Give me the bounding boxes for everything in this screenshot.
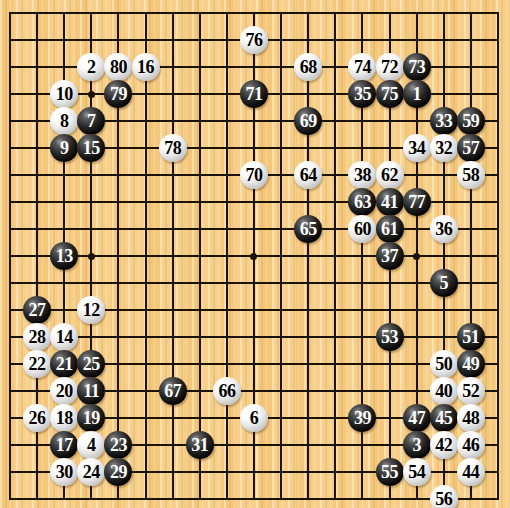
board-cell[interactable] xyxy=(51,486,78,508)
board-cell[interactable] xyxy=(105,216,132,243)
board-cell[interactable] xyxy=(322,27,349,54)
board-cell[interactable] xyxy=(295,432,322,459)
board-cell[interactable]: 3 xyxy=(403,432,430,459)
board-cell[interactable]: 44 xyxy=(457,459,484,486)
board-cell[interactable] xyxy=(132,243,159,270)
board-cell[interactable] xyxy=(78,0,105,27)
board-cell[interactable] xyxy=(295,378,322,405)
board-cell[interactable] xyxy=(484,27,510,54)
board-cell[interactable] xyxy=(51,189,78,216)
board-cell[interactable] xyxy=(268,324,295,351)
board-cell[interactable] xyxy=(430,189,457,216)
board-cell[interactable] xyxy=(349,297,376,324)
board-cell[interactable] xyxy=(0,324,24,351)
board-cell[interactable] xyxy=(132,270,159,297)
board-cell[interactable] xyxy=(349,486,376,508)
board-cell[interactable] xyxy=(105,270,132,297)
board-cell[interactable]: 23 xyxy=(105,432,132,459)
board-cell[interactable] xyxy=(186,135,213,162)
board-cell[interactable] xyxy=(322,135,349,162)
board-cell[interactable]: 36 xyxy=(430,216,457,243)
board-cell[interactable] xyxy=(268,297,295,324)
board-cell[interactable] xyxy=(159,108,186,135)
board-cell[interactable] xyxy=(322,324,349,351)
board-cell[interactable] xyxy=(105,162,132,189)
board-cell[interactable]: 30 xyxy=(51,459,78,486)
board-cell[interactable] xyxy=(322,297,349,324)
board-cell[interactable]: 22 xyxy=(24,351,51,378)
board-cell[interactable]: 39 xyxy=(349,405,376,432)
board-cell[interactable]: 60 xyxy=(349,216,376,243)
board-cell[interactable] xyxy=(403,162,430,189)
board-cell[interactable] xyxy=(268,108,295,135)
board-cell[interactable]: 10 xyxy=(51,81,78,108)
board-cell[interactable] xyxy=(240,108,267,135)
board-cell[interactable]: 7 xyxy=(78,108,105,135)
board-cell[interactable] xyxy=(430,324,457,351)
board-cell[interactable]: 35 xyxy=(349,81,376,108)
board-cell[interactable] xyxy=(484,324,510,351)
board-cell[interactable] xyxy=(24,189,51,216)
board-cell[interactable] xyxy=(159,324,186,351)
board-cell[interactable] xyxy=(0,243,24,270)
board-cell[interactable] xyxy=(457,216,484,243)
board-cell[interactable]: 24 xyxy=(78,459,105,486)
board-cell[interactable] xyxy=(268,486,295,508)
board-cell[interactable] xyxy=(159,297,186,324)
board-cell[interactable]: 41 xyxy=(376,189,403,216)
board-cell[interactable] xyxy=(240,297,267,324)
board-cell[interactable]: 47 xyxy=(403,405,430,432)
board-cell[interactable]: 14 xyxy=(51,324,78,351)
board-cell[interactable] xyxy=(78,189,105,216)
board-cell[interactable] xyxy=(484,81,510,108)
board-cell[interactable] xyxy=(295,297,322,324)
board-cell[interactable] xyxy=(295,27,322,54)
board-cell[interactable]: 54 xyxy=(403,459,430,486)
board-cell[interactable] xyxy=(132,27,159,54)
board-cell[interactable]: 40 xyxy=(430,378,457,405)
board-cell[interactable] xyxy=(240,351,267,378)
board-cell[interactable] xyxy=(213,351,240,378)
board-cell[interactable]: 79 xyxy=(105,81,132,108)
board-cell[interactable] xyxy=(186,108,213,135)
board-cell[interactable] xyxy=(51,162,78,189)
board-cell[interactable] xyxy=(186,0,213,27)
board-cell[interactable] xyxy=(186,297,213,324)
board-cell[interactable] xyxy=(24,459,51,486)
board-cell[interactable]: 8 xyxy=(51,108,78,135)
board-cell[interactable] xyxy=(105,405,132,432)
board-cell[interactable] xyxy=(0,108,24,135)
board-cell[interactable]: 4 xyxy=(78,432,105,459)
board-cell[interactable] xyxy=(430,297,457,324)
board-cell[interactable] xyxy=(24,0,51,27)
board-cell[interactable] xyxy=(51,0,78,27)
board-cell[interactable]: 64 xyxy=(295,162,322,189)
board-cell[interactable] xyxy=(213,0,240,27)
board-cell[interactable]: 19 xyxy=(78,405,105,432)
board-cell[interactable]: 16 xyxy=(132,54,159,81)
board-cell[interactable] xyxy=(376,297,403,324)
board-cell[interactable]: 52 xyxy=(457,378,484,405)
board-cell[interactable] xyxy=(132,378,159,405)
board-cell[interactable]: 1 xyxy=(403,81,430,108)
board-cell[interactable] xyxy=(484,135,510,162)
board-cell[interactable] xyxy=(403,243,430,270)
board-cell[interactable] xyxy=(105,351,132,378)
board-cell[interactable] xyxy=(240,486,267,508)
board-cell[interactable] xyxy=(484,243,510,270)
board-cell[interactable] xyxy=(213,405,240,432)
board-cell[interactable] xyxy=(295,189,322,216)
board-cell[interactable] xyxy=(295,486,322,508)
board-cell[interactable] xyxy=(322,81,349,108)
board-cell[interactable] xyxy=(295,0,322,27)
board-cell[interactable] xyxy=(78,216,105,243)
board-cell[interactable] xyxy=(484,189,510,216)
board-cell[interactable] xyxy=(376,378,403,405)
board-cell[interactable]: 28 xyxy=(24,324,51,351)
board-cell[interactable] xyxy=(51,27,78,54)
board-cell[interactable]: 9 xyxy=(51,135,78,162)
board-cell[interactable] xyxy=(322,351,349,378)
board-cell[interactable] xyxy=(403,378,430,405)
board-cell[interactable] xyxy=(457,189,484,216)
board-cell[interactable] xyxy=(240,54,267,81)
board-cell[interactable] xyxy=(322,54,349,81)
board-cell[interactable] xyxy=(484,270,510,297)
board-cell[interactable] xyxy=(484,162,510,189)
board-cell[interactable] xyxy=(159,0,186,27)
board-cell[interactable] xyxy=(213,81,240,108)
board-cell[interactable] xyxy=(78,243,105,270)
board-cell[interactable]: 38 xyxy=(349,162,376,189)
board-cell[interactable]: 57 xyxy=(457,135,484,162)
board-cell[interactable] xyxy=(349,378,376,405)
board-cell[interactable] xyxy=(430,162,457,189)
board-cell[interactable] xyxy=(213,324,240,351)
board-cell[interactable] xyxy=(376,0,403,27)
board-cell[interactable]: 80 xyxy=(105,54,132,81)
board-cell[interactable]: 74 xyxy=(349,54,376,81)
board-cell[interactable] xyxy=(240,0,267,27)
board-cell[interactable]: 12 xyxy=(78,297,105,324)
board-cell[interactable] xyxy=(403,27,430,54)
board-cell[interactable] xyxy=(0,378,24,405)
board-cell[interactable] xyxy=(403,270,430,297)
board-cell[interactable] xyxy=(159,243,186,270)
board-cell[interactable]: 78 xyxy=(159,135,186,162)
board-cell[interactable] xyxy=(484,54,510,81)
board-cell[interactable]: 75 xyxy=(376,81,403,108)
board-cell[interactable] xyxy=(322,189,349,216)
board-cell[interactable] xyxy=(484,297,510,324)
board-cell[interactable] xyxy=(349,270,376,297)
board-cell[interactable] xyxy=(0,351,24,378)
board-cell[interactable] xyxy=(213,54,240,81)
board-cell[interactable]: 21 xyxy=(51,351,78,378)
board-cell[interactable] xyxy=(213,216,240,243)
board-cell[interactable] xyxy=(24,135,51,162)
board-cell[interactable] xyxy=(268,81,295,108)
board-cell[interactable] xyxy=(0,54,24,81)
board-cell[interactable] xyxy=(186,162,213,189)
board-cell[interactable] xyxy=(213,162,240,189)
board-cell[interactable]: 73 xyxy=(403,54,430,81)
board-cell[interactable] xyxy=(132,324,159,351)
board-cell[interactable] xyxy=(132,405,159,432)
board-cell[interactable] xyxy=(322,378,349,405)
board-cell[interactable] xyxy=(322,486,349,508)
board-cell[interactable] xyxy=(322,0,349,27)
board-cell[interactable] xyxy=(132,216,159,243)
board-cell[interactable] xyxy=(268,54,295,81)
board-cell[interactable] xyxy=(24,243,51,270)
board-cell[interactable] xyxy=(213,459,240,486)
board-cell[interactable] xyxy=(186,459,213,486)
board-cell[interactable] xyxy=(24,108,51,135)
board-cell[interactable] xyxy=(403,0,430,27)
board-cell[interactable] xyxy=(78,486,105,508)
board-cell[interactable] xyxy=(132,351,159,378)
board-cell[interactable] xyxy=(132,297,159,324)
board-cell[interactable] xyxy=(295,81,322,108)
board-cell[interactable] xyxy=(376,270,403,297)
board-cell[interactable] xyxy=(430,459,457,486)
board-cell[interactable]: 32 xyxy=(430,135,457,162)
board-cell[interactable] xyxy=(186,351,213,378)
board-cell[interactable] xyxy=(322,108,349,135)
board-cell[interactable] xyxy=(186,270,213,297)
board-cell[interactable] xyxy=(213,135,240,162)
board-cell[interactable] xyxy=(240,270,267,297)
board-cell[interactable]: 27 xyxy=(24,297,51,324)
board-cell[interactable] xyxy=(51,54,78,81)
board-cell[interactable] xyxy=(105,108,132,135)
board-cell[interactable] xyxy=(484,108,510,135)
board-cell[interactable] xyxy=(78,27,105,54)
board-cell[interactable]: 66 xyxy=(213,378,240,405)
board-cell[interactable]: 18 xyxy=(51,405,78,432)
board-cell[interactable] xyxy=(349,27,376,54)
board-cell[interactable] xyxy=(78,162,105,189)
board-cell[interactable] xyxy=(24,54,51,81)
board-cell[interactable] xyxy=(186,486,213,508)
board-cell[interactable] xyxy=(376,351,403,378)
board-cell[interactable] xyxy=(159,351,186,378)
board-cell[interactable] xyxy=(268,459,295,486)
board-cell[interactable] xyxy=(159,162,186,189)
board-cell[interactable] xyxy=(24,27,51,54)
board-cell[interactable] xyxy=(484,0,510,27)
board-cell[interactable] xyxy=(132,108,159,135)
board-cell[interactable]: 65 xyxy=(295,216,322,243)
board-cell[interactable] xyxy=(78,81,105,108)
board-cell[interactable] xyxy=(457,81,484,108)
board-cell[interactable] xyxy=(132,135,159,162)
board-cell[interactable] xyxy=(78,324,105,351)
board-cell[interactable] xyxy=(132,459,159,486)
board-cell[interactable] xyxy=(295,351,322,378)
board-cell[interactable] xyxy=(322,270,349,297)
board-cell[interactable] xyxy=(295,324,322,351)
board-cell[interactable] xyxy=(403,216,430,243)
board-cell[interactable] xyxy=(457,297,484,324)
board-cell[interactable] xyxy=(268,0,295,27)
board-cell[interactable] xyxy=(349,135,376,162)
board-cell[interactable] xyxy=(403,324,430,351)
board-cell[interactable] xyxy=(322,405,349,432)
board-cell[interactable] xyxy=(484,351,510,378)
board-cell[interactable] xyxy=(132,486,159,508)
board-cell[interactable] xyxy=(268,243,295,270)
board-cell[interactable] xyxy=(322,459,349,486)
board-cell[interactable] xyxy=(268,162,295,189)
board-cell[interactable] xyxy=(322,162,349,189)
board-cell[interactable]: 50 xyxy=(430,351,457,378)
board-cell[interactable] xyxy=(349,324,376,351)
board-cell[interactable] xyxy=(0,189,24,216)
board-cell[interactable]: 33 xyxy=(430,108,457,135)
board-cell[interactable] xyxy=(430,0,457,27)
board-cell[interactable] xyxy=(159,459,186,486)
board-cell[interactable] xyxy=(268,270,295,297)
board-cell[interactable]: 46 xyxy=(457,432,484,459)
board-cell[interactable] xyxy=(213,297,240,324)
board-cell[interactable]: 20 xyxy=(51,378,78,405)
board-cell[interactable] xyxy=(132,81,159,108)
board-cell[interactable]: 15 xyxy=(78,135,105,162)
board-cell[interactable]: 51 xyxy=(457,324,484,351)
board-cell[interactable]: 69 xyxy=(295,108,322,135)
board-cell[interactable]: 29 xyxy=(105,459,132,486)
board-cell[interactable] xyxy=(213,270,240,297)
board-cell[interactable] xyxy=(457,486,484,508)
board-cell[interactable]: 49 xyxy=(457,351,484,378)
board-cell[interactable]: 34 xyxy=(403,135,430,162)
board-cell[interactable] xyxy=(295,270,322,297)
board-cell[interactable]: 48 xyxy=(457,405,484,432)
board-cell[interactable]: 2 xyxy=(78,54,105,81)
board-cell[interactable] xyxy=(132,162,159,189)
board-cell[interactable] xyxy=(240,378,267,405)
board-cell[interactable] xyxy=(51,297,78,324)
board-cell[interactable]: 55 xyxy=(376,459,403,486)
board-cell[interactable] xyxy=(0,432,24,459)
board-cell[interactable] xyxy=(132,0,159,27)
board-cell[interactable] xyxy=(240,189,267,216)
board-cell[interactable]: 37 xyxy=(376,243,403,270)
board-cell[interactable] xyxy=(430,54,457,81)
board-cell[interactable] xyxy=(0,27,24,54)
board-cell[interactable]: 26 xyxy=(24,405,51,432)
board-cell[interactable] xyxy=(24,216,51,243)
board-cell[interactable]: 53 xyxy=(376,324,403,351)
board-cell[interactable] xyxy=(0,0,24,27)
board-cell[interactable]: 68 xyxy=(295,54,322,81)
board-cell[interactable] xyxy=(78,270,105,297)
board-cell[interactable]: 71 xyxy=(240,81,267,108)
board-cell[interactable] xyxy=(457,243,484,270)
board-cell[interactable]: 6 xyxy=(240,405,267,432)
board-cell[interactable] xyxy=(159,189,186,216)
board-cell[interactable] xyxy=(240,432,267,459)
board-cell[interactable] xyxy=(24,270,51,297)
board-cell[interactable] xyxy=(484,405,510,432)
board-cell[interactable]: 11 xyxy=(78,378,105,405)
board-cell[interactable] xyxy=(403,297,430,324)
board-cell[interactable] xyxy=(105,135,132,162)
board-cell[interactable] xyxy=(105,324,132,351)
board-cell[interactable] xyxy=(0,162,24,189)
board-cell[interactable] xyxy=(268,432,295,459)
board-cell[interactable] xyxy=(240,135,267,162)
board-cell[interactable] xyxy=(213,108,240,135)
board-cell[interactable] xyxy=(376,432,403,459)
board-cell[interactable]: 76 xyxy=(240,27,267,54)
board-cell[interactable] xyxy=(295,135,322,162)
board-cell[interactable] xyxy=(105,378,132,405)
board-cell[interactable] xyxy=(295,243,322,270)
board-cell[interactable]: 17 xyxy=(51,432,78,459)
board-cell[interactable] xyxy=(132,189,159,216)
board-cell[interactable] xyxy=(376,486,403,508)
board-cell[interactable] xyxy=(213,27,240,54)
board-cell[interactable] xyxy=(186,54,213,81)
board-cell[interactable] xyxy=(159,486,186,508)
board-cell[interactable] xyxy=(105,0,132,27)
board-cell[interactable] xyxy=(186,243,213,270)
board-cell[interactable] xyxy=(268,189,295,216)
board-cell[interactable] xyxy=(268,135,295,162)
board-cell[interactable] xyxy=(240,324,267,351)
board-cell[interactable] xyxy=(349,351,376,378)
board-cell[interactable]: 58 xyxy=(457,162,484,189)
board-cell[interactable]: 31 xyxy=(186,432,213,459)
board-cell[interactable] xyxy=(0,297,24,324)
board-cell[interactable] xyxy=(322,243,349,270)
board-cell[interactable] xyxy=(457,270,484,297)
board-cell[interactable] xyxy=(322,216,349,243)
board-cell[interactable] xyxy=(376,405,403,432)
board-cell[interactable] xyxy=(430,243,457,270)
board-cell[interactable]: 61 xyxy=(376,216,403,243)
board-cell[interactable] xyxy=(159,27,186,54)
board-cell[interactable] xyxy=(376,27,403,54)
board-cell[interactable]: 72 xyxy=(376,54,403,81)
board-cell[interactable]: 25 xyxy=(78,351,105,378)
board-cell[interactable] xyxy=(105,189,132,216)
board-cell[interactable] xyxy=(213,432,240,459)
board-cell[interactable] xyxy=(430,27,457,54)
board-cell[interactable]: 62 xyxy=(376,162,403,189)
board-cell[interactable]: 45 xyxy=(430,405,457,432)
board-cell[interactable] xyxy=(376,108,403,135)
board-cell[interactable] xyxy=(186,405,213,432)
board-cell[interactable] xyxy=(430,81,457,108)
board-cell[interactable] xyxy=(186,81,213,108)
board-cell[interactable] xyxy=(24,81,51,108)
board-cell[interactable] xyxy=(484,432,510,459)
board-cell[interactable] xyxy=(24,378,51,405)
board-cell[interactable] xyxy=(0,405,24,432)
board-cell[interactable] xyxy=(159,270,186,297)
board-cell[interactable] xyxy=(268,351,295,378)
board-cell[interactable] xyxy=(105,486,132,508)
board-cell[interactable] xyxy=(159,432,186,459)
board-cell[interactable] xyxy=(0,135,24,162)
